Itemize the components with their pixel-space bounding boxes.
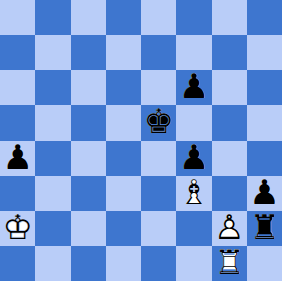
square-d2[interactable]	[106, 211, 141, 246]
square-b6[interactable]	[35, 70, 70, 105]
rook-glyph-outline-layer: ♜	[249, 210, 279, 245]
square-h4[interactable]	[247, 141, 282, 176]
square-b2[interactable]	[35, 211, 70, 246]
pawn-glyph-outline-layer: ♟	[179, 140, 209, 175]
square-a8[interactable]	[0, 0, 35, 35]
square-f2[interactable]	[176, 211, 211, 246]
square-h3[interactable]: ♙♟	[247, 176, 282, 211]
square-c5[interactable]	[71, 105, 106, 140]
king-glyph-outline-layer: ♚	[143, 104, 173, 139]
square-e4[interactable]	[141, 141, 176, 176]
square-f7[interactable]	[176, 35, 211, 70]
square-g6[interactable]	[212, 70, 247, 105]
black-pawn-piece[interactable]: ♙♟	[0, 141, 35, 176]
white-bishop-piece[interactable]: ♝♗	[176, 176, 211, 211]
square-b3[interactable]	[35, 176, 70, 211]
square-g7[interactable]	[212, 35, 247, 70]
square-a1[interactable]	[0, 246, 35, 281]
bishop-glyph-outline-layer: ♗	[179, 175, 209, 210]
square-g3[interactable]	[212, 176, 247, 211]
square-f1[interactable]	[176, 246, 211, 281]
square-e3[interactable]	[141, 176, 176, 211]
square-g4[interactable]	[212, 141, 247, 176]
square-b5[interactable]	[35, 105, 70, 140]
black-rook-piece[interactable]: ♖♜	[247, 211, 282, 246]
square-h6[interactable]	[247, 70, 282, 105]
white-pawn-piece[interactable]: ♟♙	[212, 211, 247, 246]
square-f8[interactable]	[176, 0, 211, 35]
square-a3[interactable]	[0, 176, 35, 211]
square-b8[interactable]	[35, 0, 70, 35]
square-a6[interactable]	[0, 70, 35, 105]
square-c3[interactable]	[71, 176, 106, 211]
square-h2[interactable]: ♖♜	[247, 211, 282, 246]
square-e7[interactable]	[141, 35, 176, 70]
square-b1[interactable]	[35, 246, 70, 281]
square-a2[interactable]: ♚♔	[0, 211, 35, 246]
square-a7[interactable]	[0, 35, 35, 70]
square-c1[interactable]	[71, 246, 106, 281]
square-h8[interactable]	[247, 0, 282, 35]
square-g8[interactable]	[212, 0, 247, 35]
square-d8[interactable]	[106, 0, 141, 35]
white-rook-piece[interactable]: ♜♖	[212, 246, 247, 281]
square-c8[interactable]	[71, 0, 106, 35]
square-h5[interactable]	[247, 105, 282, 140]
king-glyph-outline-layer: ♔	[2, 210, 32, 245]
pawn-glyph-outline-layer: ♙	[214, 210, 244, 245]
white-king-piece[interactable]: ♚♔	[0, 211, 35, 246]
square-b7[interactable]	[35, 35, 70, 70]
square-d5[interactable]	[106, 105, 141, 140]
square-g2[interactable]: ♟♙	[212, 211, 247, 246]
pawn-glyph-outline-layer: ♟	[249, 175, 279, 210]
square-f3[interactable]: ♝♗	[176, 176, 211, 211]
square-f5[interactable]	[176, 105, 211, 140]
square-c6[interactable]	[71, 70, 106, 105]
square-e2[interactable]	[141, 211, 176, 246]
square-h1[interactable]	[247, 246, 282, 281]
square-a4[interactable]: ♙♟	[0, 141, 35, 176]
square-d3[interactable]	[106, 176, 141, 211]
square-d7[interactable]	[106, 35, 141, 70]
square-b4[interactable]	[35, 141, 70, 176]
rook-glyph-outline-layer: ♖	[214, 245, 244, 280]
black-pawn-piece[interactable]: ♙♟	[176, 70, 211, 105]
pawn-glyph-outline-layer: ♟	[2, 140, 32, 175]
square-a5[interactable]	[0, 105, 35, 140]
square-d6[interactable]	[106, 70, 141, 105]
black-king-piece[interactable]: ♔♚	[141, 105, 176, 140]
square-e8[interactable]	[141, 0, 176, 35]
square-c2[interactable]	[71, 211, 106, 246]
pawn-glyph-outline-layer: ♟	[179, 69, 209, 104]
square-d4[interactable]	[106, 141, 141, 176]
square-e1[interactable]	[141, 246, 176, 281]
square-e6[interactable]	[141, 70, 176, 105]
black-pawn-piece[interactable]: ♙♟	[176, 141, 211, 176]
chess-board: ♙♟♔♚♙♟♙♟♝♗♙♟♚♔♟♙♖♜♜♖	[0, 0, 282, 281]
square-c7[interactable]	[71, 35, 106, 70]
square-e5[interactable]: ♔♚	[141, 105, 176, 140]
square-g1[interactable]: ♜♖	[212, 246, 247, 281]
square-d1[interactable]	[106, 246, 141, 281]
square-f4[interactable]: ♙♟	[176, 141, 211, 176]
square-g5[interactable]	[212, 105, 247, 140]
square-f6[interactable]: ♙♟	[176, 70, 211, 105]
black-pawn-piece[interactable]: ♙♟	[247, 176, 282, 211]
square-c4[interactable]	[71, 141, 106, 176]
square-h7[interactable]	[247, 35, 282, 70]
